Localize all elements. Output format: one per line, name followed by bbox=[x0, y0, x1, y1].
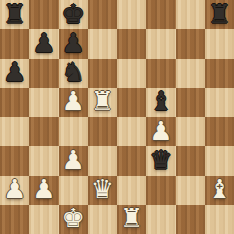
square-c8[interactable]: ♚ bbox=[59, 0, 88, 29]
piece-black-king[interactable]: ♚ bbox=[61, 1, 84, 27]
square-g8[interactable] bbox=[176, 0, 205, 29]
square-a3[interactable] bbox=[0, 146, 29, 175]
square-g6[interactable] bbox=[176, 59, 205, 88]
square-d8[interactable] bbox=[88, 0, 117, 29]
square-c2[interactable] bbox=[59, 176, 88, 205]
piece-white-pawn[interactable]: ♟ bbox=[3, 176, 26, 202]
square-b3[interactable] bbox=[29, 146, 58, 175]
square-a7[interactable] bbox=[0, 29, 29, 58]
square-f3[interactable]: ♛ bbox=[146, 146, 175, 175]
square-h8[interactable]: ♜ bbox=[205, 0, 234, 29]
piece-white-pawn[interactable]: ♟ bbox=[32, 176, 55, 202]
square-d6[interactable] bbox=[88, 59, 117, 88]
square-d4[interactable] bbox=[88, 117, 117, 146]
piece-black-queen[interactable]: ♛ bbox=[149, 147, 172, 173]
chess-board: ♜♚♜♟♟♟♞♟♜♝♟♟♛♟♟♛♝♚♜ bbox=[0, 0, 234, 234]
square-a2[interactable]: ♟ bbox=[0, 176, 29, 205]
square-f7[interactable] bbox=[146, 29, 175, 58]
square-h3[interactable] bbox=[205, 146, 234, 175]
square-f4[interactable]: ♟ bbox=[146, 117, 175, 146]
piece-black-pawn[interactable]: ♟ bbox=[32, 30, 55, 56]
square-f2[interactable] bbox=[146, 176, 175, 205]
square-h5[interactable] bbox=[205, 88, 234, 117]
piece-white-pawn[interactable]: ♟ bbox=[61, 147, 84, 173]
square-c6[interactable]: ♞ bbox=[59, 59, 88, 88]
square-a1[interactable] bbox=[0, 205, 29, 234]
square-a6[interactable]: ♟ bbox=[0, 59, 29, 88]
square-f8[interactable] bbox=[146, 0, 175, 29]
square-e2[interactable] bbox=[117, 176, 146, 205]
square-g7[interactable] bbox=[176, 29, 205, 58]
square-e4[interactable] bbox=[117, 117, 146, 146]
square-h2[interactable]: ♝ bbox=[205, 176, 234, 205]
square-a5[interactable] bbox=[0, 88, 29, 117]
square-c4[interactable] bbox=[59, 117, 88, 146]
square-b8[interactable] bbox=[29, 0, 58, 29]
square-c5[interactable]: ♟ bbox=[59, 88, 88, 117]
piece-black-rook[interactable]: ♜ bbox=[3, 1, 26, 27]
piece-white-pawn[interactable]: ♟ bbox=[149, 118, 172, 144]
piece-white-pawn[interactable]: ♟ bbox=[61, 88, 84, 114]
square-a4[interactable] bbox=[0, 117, 29, 146]
square-f1[interactable] bbox=[146, 205, 175, 234]
piece-white-queen[interactable]: ♛ bbox=[91, 176, 114, 202]
square-g4[interactable] bbox=[176, 117, 205, 146]
square-e5[interactable] bbox=[117, 88, 146, 117]
square-b1[interactable] bbox=[29, 205, 58, 234]
square-d2[interactable]: ♛ bbox=[88, 176, 117, 205]
square-b5[interactable] bbox=[29, 88, 58, 117]
piece-black-bishop[interactable]: ♝ bbox=[149, 88, 172, 114]
square-b4[interactable] bbox=[29, 117, 58, 146]
piece-white-king[interactable]: ♚ bbox=[61, 205, 84, 231]
square-b2[interactable]: ♟ bbox=[29, 176, 58, 205]
square-d7[interactable] bbox=[88, 29, 117, 58]
square-b6[interactable] bbox=[29, 59, 58, 88]
piece-black-pawn[interactable]: ♟ bbox=[61, 30, 84, 56]
piece-black-pawn[interactable]: ♟ bbox=[3, 59, 26, 85]
piece-black-rook[interactable]: ♜ bbox=[208, 1, 231, 27]
square-h6[interactable] bbox=[205, 59, 234, 88]
square-f6[interactable] bbox=[146, 59, 175, 88]
square-g3[interactable] bbox=[176, 146, 205, 175]
square-g5[interactable] bbox=[176, 88, 205, 117]
piece-white-bishop[interactable]: ♝ bbox=[208, 176, 231, 202]
square-a8[interactable]: ♜ bbox=[0, 0, 29, 29]
square-d1[interactable] bbox=[88, 205, 117, 234]
square-g2[interactable] bbox=[176, 176, 205, 205]
square-d5[interactable]: ♜ bbox=[88, 88, 117, 117]
square-h4[interactable] bbox=[205, 117, 234, 146]
square-d3[interactable] bbox=[88, 146, 117, 175]
square-h1[interactable] bbox=[205, 205, 234, 234]
square-e6[interactable] bbox=[117, 59, 146, 88]
square-c7[interactable]: ♟ bbox=[59, 29, 88, 58]
square-g1[interactable] bbox=[176, 205, 205, 234]
piece-white-rook[interactable]: ♜ bbox=[120, 205, 143, 231]
square-f5[interactable]: ♝ bbox=[146, 88, 175, 117]
piece-black-knight[interactable]: ♞ bbox=[61, 59, 84, 85]
chess-board-wrapper: ♜♚♜♟♟♟♞♟♜♝♟♟♛♟♟♛♝♚♜ bbox=[0, 0, 234, 234]
square-b7[interactable]: ♟ bbox=[29, 29, 58, 58]
square-e7[interactable] bbox=[117, 29, 146, 58]
square-c3[interactable]: ♟ bbox=[59, 146, 88, 175]
square-h7[interactable] bbox=[205, 29, 234, 58]
square-e8[interactable] bbox=[117, 0, 146, 29]
piece-white-rook[interactable]: ♜ bbox=[91, 88, 114, 114]
square-c1[interactable]: ♚ bbox=[59, 205, 88, 234]
square-e1[interactable]: ♜ bbox=[117, 205, 146, 234]
square-e3[interactable] bbox=[117, 146, 146, 175]
